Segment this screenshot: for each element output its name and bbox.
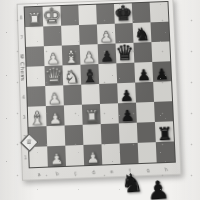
square-c3 <box>64 105 83 126</box>
square-h7 <box>151 22 170 42</box>
captured-black-knight: ♞ <box>120 170 145 200</box>
square-g7: ♞ <box>133 22 152 42</box>
square-f2 <box>119 123 138 144</box>
square-b8: ♚ <box>43 6 62 26</box>
square-b3: ♟ <box>46 105 65 126</box>
square-f6: ♛ <box>116 43 135 64</box>
square-g4 <box>135 82 154 103</box>
square-a3: ♝ <box>28 106 47 127</box>
square-a4 <box>27 86 46 107</box>
square-b2 <box>47 125 66 146</box>
square-g6 <box>133 42 152 63</box>
white-pawn: ♟ <box>50 152 64 168</box>
square-e5 <box>98 63 117 84</box>
white-pawn: ♟ <box>86 150 100 166</box>
square-b7 <box>43 26 62 46</box>
square-g1 <box>138 142 157 163</box>
square-h8 <box>150 2 169 22</box>
square-f1 <box>120 143 139 164</box>
square-e2 <box>101 123 120 144</box>
black-king: ♚ <box>114 3 134 24</box>
black-rook: ♜ <box>156 125 172 143</box>
square-e6: ♟ <box>98 43 117 64</box>
white-pawn: ♟ <box>82 50 96 65</box>
white-rook: ♜ <box>26 11 42 28</box>
square-e4 <box>99 83 118 104</box>
square-d4 <box>81 84 100 105</box>
board-photo: 87654321 ♜♚♚♟♞♟♝♟♟♛♛♞♝♟♟♟♟♝♟♜♟♜♟♟ abcdef… <box>0 0 200 200</box>
square-d7 <box>79 24 98 44</box>
square-c5: ♞ <box>62 65 81 86</box>
file-label: c <box>66 168 85 177</box>
square-b1: ♟ <box>47 146 66 167</box>
square-e1 <box>101 144 120 165</box>
white-king: ♚ <box>42 6 61 27</box>
rank-label: 4 <box>20 87 27 107</box>
rank-label: 8 <box>18 7 25 27</box>
square-e3 <box>100 103 119 124</box>
square-d5: ♝ <box>80 64 99 85</box>
square-h5: ♟ <box>152 61 171 82</box>
black-knight: ♞ <box>134 25 151 43</box>
square-c1 <box>65 145 84 166</box>
white-pawn: ♟ <box>48 91 62 107</box>
square-e8 <box>96 4 115 24</box>
square-d2 <box>83 124 102 145</box>
white-bishop: ♝ <box>29 109 46 128</box>
black-pawn: ♟ <box>155 67 169 82</box>
square-h3 <box>154 101 173 122</box>
square-g5: ♟ <box>134 62 153 83</box>
chess-board: ♜♚♚♟♞♟♝♟♟♛♛♞♝♟♟♟♟♝♟♜♟♜♟♟ <box>25 2 175 167</box>
square-h6 <box>151 41 170 62</box>
square-f4: ♟ <box>117 83 136 104</box>
white-pawn: ♟ <box>48 111 62 127</box>
rank-label: 3 <box>21 107 28 127</box>
black-pawn: ♟ <box>120 109 134 125</box>
square-f8: ♚ <box>114 3 133 23</box>
black-pawn: ♟ <box>120 89 134 105</box>
white-queen: ♛ <box>44 65 64 87</box>
square-a6 <box>26 46 45 67</box>
square-c7 <box>61 25 80 45</box>
rank-label: 7 <box>18 27 25 47</box>
white-pawn: ♟ <box>99 30 113 45</box>
square-b4: ♟ <box>45 85 64 106</box>
square-c6: ♝ <box>62 45 81 66</box>
square-c8 <box>60 5 79 25</box>
square-d1: ♟ <box>83 144 102 165</box>
square-h4 <box>153 81 172 102</box>
black-queen: ♛ <box>115 43 135 65</box>
white-rook: ♜ <box>83 108 99 126</box>
captured-pieces-tray: ♞♟ <box>121 171 170 200</box>
square-g2 <box>137 122 156 143</box>
black-pawn: ♟ <box>100 50 114 65</box>
white-knight: ♞ <box>64 68 81 87</box>
square-d3: ♜ <box>82 104 101 125</box>
square-f5 <box>116 63 135 84</box>
file-label: a <box>30 169 49 178</box>
black-bishop: ♝ <box>81 67 98 86</box>
square-g8 <box>132 3 151 23</box>
square-c2 <box>65 125 84 146</box>
square-b5: ♛ <box>45 65 64 86</box>
file-label: d <box>84 167 103 176</box>
square-h1 <box>156 141 175 162</box>
square-d6: ♟ <box>80 44 99 65</box>
square-a5 <box>27 66 46 87</box>
square-e7: ♟ <box>97 24 116 44</box>
square-a8: ♜ <box>25 7 44 27</box>
square-g3 <box>136 102 155 123</box>
square-a7 <box>25 26 44 46</box>
captured-black-pawn: ♟ <box>147 177 171 200</box>
file-label: b <box>48 169 67 178</box>
black-pawn: ♟ <box>137 68 151 83</box>
file-label: e <box>102 167 121 176</box>
brand-text: © Chess <box>19 53 26 81</box>
square-d8 <box>78 5 97 25</box>
square-a1 <box>29 146 48 167</box>
square-h2: ♜ <box>155 121 174 142</box>
chess-mat: 87654321 ♜♚♚♟♞♟♝♟♟♛♛♞♝♟♟♟♟♝♟♜♟♜♟♟ abcdef… <box>17 0 182 181</box>
square-c4 <box>63 85 82 106</box>
square-f3: ♟ <box>118 103 137 124</box>
white-bishop: ♝ <box>63 48 80 66</box>
